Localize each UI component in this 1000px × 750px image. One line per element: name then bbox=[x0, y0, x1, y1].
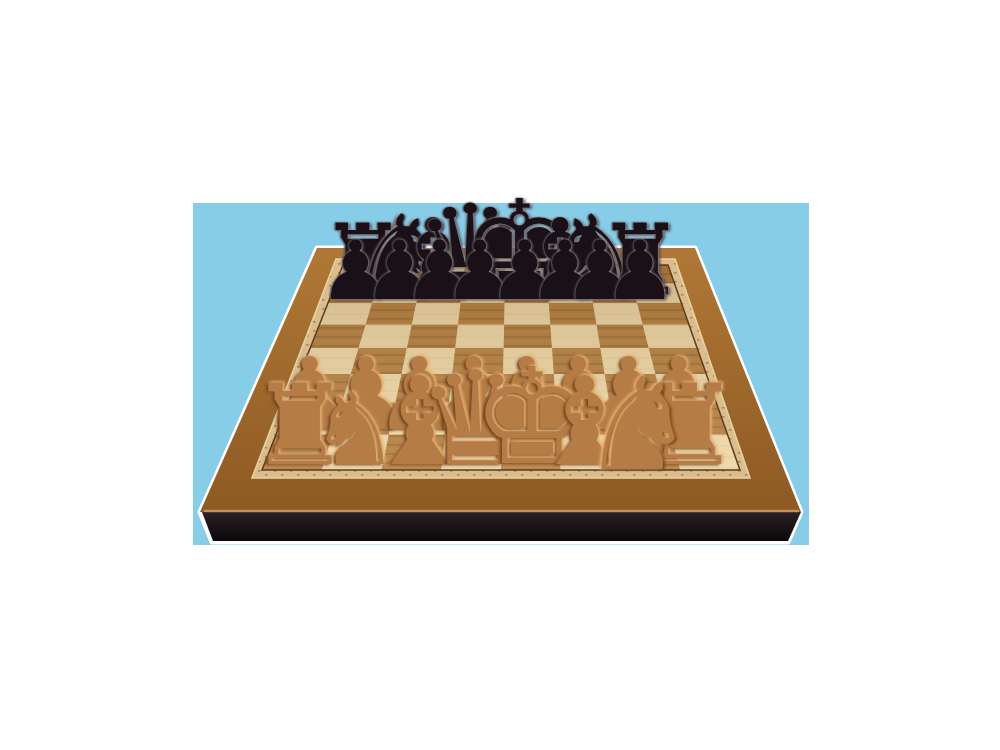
piece-h7-black-pawn[interactable]: ♟ bbox=[603, 230, 677, 312]
chessboard-photo: ♜♞♝♛♚♝♞♜♟♟♟♟♟♟♟♟♟♟♟♟♟♟♟♟♜♞♝♛♚♝♞♜ bbox=[0, 0, 1000, 750]
piece-g1-white-knight[interactable]: ♞ bbox=[581, 361, 696, 489]
board-underside bbox=[202, 512, 801, 541]
page-background: ♜♞♝♛♚♝♞♜♟♟♟♟♟♟♟♟♟♟♟♟♟♟♟♟♜♞♝♛♚♝♞♜ bbox=[0, 0, 1000, 750]
